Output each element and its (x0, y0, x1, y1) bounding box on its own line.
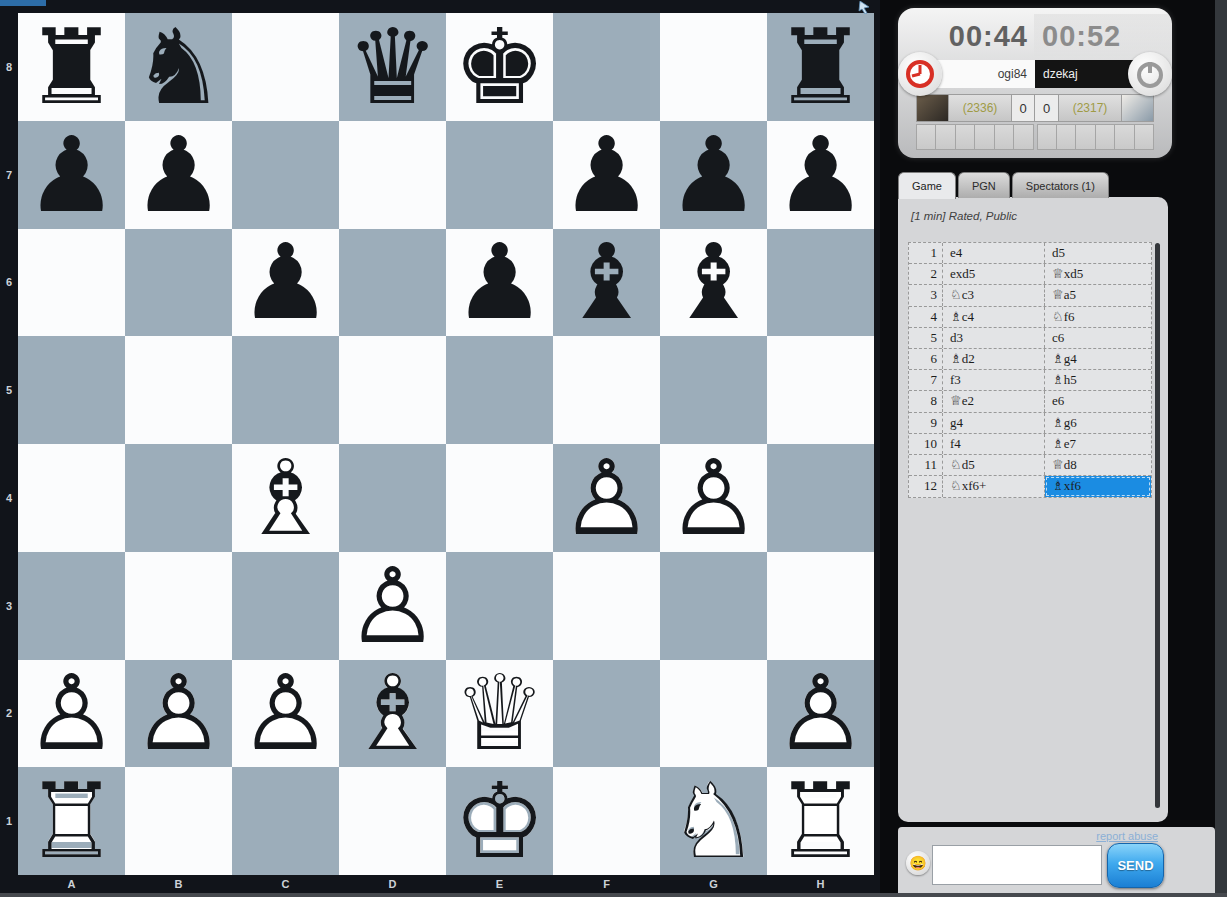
rank-label-4: 4 (0, 444, 18, 552)
move-5-black[interactable]: c6 (1045, 328, 1151, 348)
white-pawn-h2[interactable]: ♟♙ (767, 660, 874, 768)
square-c3[interactable] (232, 552, 339, 660)
player-stats-row: (2336) 0 0 (2317) (916, 94, 1154, 122)
square-h4[interactable] (767, 444, 874, 552)
black-bishop-g6[interactable]: ♝ (660, 229, 767, 337)
move-1-white[interactable]: e4 (943, 243, 1045, 263)
move-number-11: 11 (909, 455, 943, 475)
captured-pieces-tray (916, 124, 1154, 150)
black-queen-d8[interactable]: ♛ (339, 13, 446, 121)
move-3-white[interactable]: ♘c3 (943, 285, 1045, 305)
tray-slot-9 (1076, 124, 1095, 150)
black-pawn-e6[interactable]: ♟ (446, 229, 553, 337)
move-12-white[interactable]: ♘xf6+ (943, 476, 1045, 497)
move-row-1: 1e4d5 (909, 243, 1151, 264)
square-d1[interactable] (339, 767, 446, 875)
tray-slot-11 (1115, 124, 1134, 150)
square-d4[interactable] (339, 444, 446, 552)
move-row-6: 6♗d2♗g4 (909, 349, 1151, 370)
move-number-1: 1 (909, 243, 943, 263)
square-e5[interactable] (446, 336, 553, 444)
file-label-f: F (553, 875, 660, 893)
square-a7[interactable]: ♟ (18, 121, 125, 229)
tab-bar: Game PGN Spectators (1) (898, 172, 1109, 199)
square-e6[interactable]: ♟ (446, 229, 553, 337)
white-player-avatar (917, 95, 949, 121)
square-b4[interactable] (125, 444, 232, 552)
file-label-h: H (767, 875, 874, 893)
move-row-7: 7f3♗h5 (909, 370, 1151, 391)
square-b8[interactable]: ♞ (125, 13, 232, 121)
send-button[interactable]: SEND (1107, 843, 1164, 888)
white-rook-h1[interactable]: ♜♖ (767, 767, 874, 875)
board-area: 87654321 ♜♞♛♚♜♟♟♟♟♟♟♟♝♝♝♗♟♙♟♙♟♙♟♙♟♙♟♙♝♗♛… (0, 0, 880, 897)
move-number-4: 4 (909, 307, 943, 327)
rank-label-6: 6 (0, 229, 18, 337)
white-rating: (2336) (949, 95, 1011, 121)
move-9-white[interactable]: g4 (943, 413, 1045, 433)
move-row-2: 2exd5♕xd5 (909, 264, 1151, 285)
square-g4[interactable]: ♟♙ (660, 444, 767, 552)
tray-slot-2 (936, 124, 955, 150)
black-pawn-a7[interactable]: ♟ (18, 121, 125, 229)
report-abuse-link[interactable]: report abuse (1096, 830, 1158, 842)
tray-slot-4 (975, 124, 994, 150)
square-e1[interactable]: ♚♔ (446, 767, 553, 875)
square-b3[interactable] (125, 552, 232, 660)
move-number-2: 2 (909, 264, 943, 284)
power-icon (1133, 57, 1167, 91)
black-pawn-c6[interactable]: ♟ (232, 229, 339, 337)
square-h2[interactable]: ♟♙ (767, 660, 874, 768)
black-king-e8[interactable]: ♚ (446, 13, 553, 121)
square-h8[interactable]: ♜ (767, 13, 874, 121)
move-6-black[interactable]: ♗g4 (1045, 349, 1151, 369)
window-edge-strip (1215, 0, 1227, 893)
bottom-bar (0, 893, 1227, 897)
square-c5[interactable] (232, 336, 339, 444)
black-pawn-f7[interactable]: ♟ (553, 121, 660, 229)
square-e7[interactable] (446, 121, 553, 229)
black-score: 0 (1035, 95, 1059, 121)
file-label-g: G (660, 875, 767, 893)
move-3-black[interactable]: ♕a5 (1045, 285, 1151, 305)
white-pawn-d3[interactable]: ♟♙ (339, 552, 446, 660)
square-g5[interactable] (660, 336, 767, 444)
white-queen-e2[interactable]: ♛♕ (446, 660, 553, 768)
black-pawn-g7[interactable]: ♟ (660, 121, 767, 229)
move-row-12: 12♘xf6+♗xf6 (909, 476, 1151, 497)
move-8-white[interactable]: ♕e2 (943, 391, 1045, 411)
white-player-name: ogi84 (932, 60, 1035, 88)
move-12-black[interactable]: ♗xf6 (1045, 476, 1151, 497)
move-7-white[interactable]: f3 (943, 370, 1045, 390)
chess-board[interactable]: ♜♞♛♚♜♟♟♟♟♟♟♟♝♝♝♗♟♙♟♙♟♙♟♙♟♙♟♙♝♗♛♕♟♙♜♖♚♔♞♘… (18, 13, 874, 875)
square-g3[interactable] (660, 552, 767, 660)
rank-label-2: 2 (0, 660, 18, 768)
move-10-white[interactable]: f4 (943, 434, 1045, 454)
white-pawn-b2[interactable]: ♟♙ (125, 660, 232, 768)
black-pawn-b7[interactable]: ♟ (125, 121, 232, 229)
file-label-b: B (125, 875, 232, 893)
white-pawn-g4[interactable]: ♟♙ (660, 444, 767, 552)
tab-spectators[interactable]: Spectators (1) (1012, 172, 1109, 198)
tray-slot-1 (916, 124, 936, 150)
tray-slot-12 (1135, 124, 1154, 150)
square-c6[interactable]: ♟ (232, 229, 339, 337)
square-b2[interactable]: ♟♙ (125, 660, 232, 768)
white-pawn-f4[interactable]: ♟♙ (553, 444, 660, 552)
square-f6[interactable]: ♝ (553, 229, 660, 337)
tray-slot-6 (1014, 124, 1033, 150)
move-number-7: 7 (909, 370, 943, 390)
square-a3[interactable] (18, 552, 125, 660)
move-6-white[interactable]: ♗d2 (943, 349, 1045, 369)
square-h3[interactable] (767, 552, 874, 660)
move-9-black[interactable]: ♗g6 (1045, 413, 1151, 433)
square-a2[interactable]: ♟♙ (18, 660, 125, 768)
file-label-c: C (232, 875, 339, 893)
square-f7[interactable]: ♟ (553, 121, 660, 229)
black-clock-badge (1128, 52, 1172, 96)
black-bishop-f6[interactable]: ♝ (553, 229, 660, 337)
tray-slot-3 (956, 124, 975, 150)
mouse-cursor-icon (858, 1, 874, 14)
move-8-black[interactable]: e6 (1045, 391, 1151, 411)
rank-label-1: 1 (0, 767, 18, 875)
white-knight-g1[interactable]: ♞♘ (660, 767, 767, 875)
white-bishop-c4[interactable]: ♝♗ (232, 444, 339, 552)
move-row-5: 5d3c6 (909, 328, 1151, 349)
smiley-icon[interactable]: 😄 (906, 851, 930, 875)
square-d7[interactable] (339, 121, 446, 229)
rank-label-8: 8 (0, 13, 18, 121)
move-4-white[interactable]: ♗c4 (943, 307, 1045, 327)
clock-times: 00:44 00:52 (898, 14, 1172, 58)
white-pawn-a2[interactable]: ♟♙ (18, 660, 125, 768)
square-c4[interactable]: ♝♗ (232, 444, 339, 552)
move-row-3: 3♘c3♕a5 (909, 285, 1151, 306)
move-2-white[interactable]: exd5 (943, 264, 1045, 284)
white-score: 0 (1011, 95, 1035, 121)
game-info-text: [1 min] Rated, Public (911, 210, 1017, 222)
square-d6[interactable] (339, 229, 446, 337)
move-4-black[interactable]: ♘f6 (1045, 307, 1151, 327)
square-h6[interactable] (767, 229, 874, 337)
white-pawn-c2[interactable]: ♟♙ (232, 660, 339, 768)
tab-game[interactable]: Game (898, 172, 956, 199)
move-1-black[interactable]: d5 (1045, 243, 1151, 263)
tray-slot-10 (1096, 124, 1115, 150)
square-g6[interactable]: ♝ (660, 229, 767, 337)
white-king-e1[interactable]: ♚♔ (446, 767, 553, 875)
square-b6[interactable] (125, 229, 232, 337)
rank-labels: 87654321 (0, 13, 18, 875)
chat-bar: report abuse 😄 SEND (898, 827, 1215, 893)
move-7-black[interactable]: ♗h5 (1045, 370, 1151, 390)
square-a8[interactable]: ♜ (18, 13, 125, 121)
black-player-name: dzekaj (1035, 60, 1138, 88)
move-number-3: 3 (909, 285, 943, 305)
move-row-11: 11♘d5♕d8 (909, 455, 1151, 476)
move-10-black[interactable]: ♗e7 (1045, 434, 1151, 454)
square-h1[interactable]: ♜♖ (767, 767, 874, 875)
white-bishop-d2[interactable]: ♝♗ (339, 660, 446, 768)
square-h5[interactable] (767, 336, 874, 444)
square-c2[interactable]: ♟♙ (232, 660, 339, 768)
white-clock-badge (898, 52, 942, 96)
chat-input[interactable] (932, 845, 1102, 885)
square-a1[interactable]: ♜♖ (18, 767, 125, 875)
square-f8[interactable] (553, 13, 660, 121)
move-2-black[interactable]: ♕xd5 (1045, 264, 1151, 284)
square-e8[interactable]: ♚ (446, 13, 553, 121)
tray-slot-7 (1037, 124, 1057, 150)
square-h7[interactable]: ♟ (767, 121, 874, 229)
move-number-5: 5 (909, 328, 943, 348)
square-f1[interactable] (553, 767, 660, 875)
square-e2[interactable]: ♛♕ (446, 660, 553, 768)
black-rating: (2317) (1059, 95, 1121, 121)
tray-slot-8 (1057, 124, 1076, 150)
square-f4[interactable]: ♟♙ (553, 444, 660, 552)
move-list-scrollbar[interactable] (1155, 243, 1160, 808)
move-number-8: 8 (909, 391, 943, 411)
square-e4[interactable] (446, 444, 553, 552)
square-c8[interactable] (232, 13, 339, 121)
square-d8[interactable]: ♛ (339, 13, 446, 121)
tray-slot-5 (995, 124, 1014, 150)
player-name-row: ogi84 dzekaj (898, 58, 1172, 90)
move-number-6: 6 (909, 349, 943, 369)
white-rook-a1[interactable]: ♜♖ (18, 767, 125, 875)
square-g8[interactable] (660, 13, 767, 121)
tab-pgn[interactable]: PGN (958, 172, 1010, 198)
move-list: 1e4d52exd5♕xd53♘c3♕a54♗c4♘f65d3c66♗d2♗g4… (908, 242, 1152, 498)
black-player-avatar (1121, 95, 1153, 121)
file-label-a: A (18, 875, 125, 893)
square-b7[interactable]: ♟ (125, 121, 232, 229)
active-clock-icon (903, 57, 937, 91)
square-e3[interactable] (446, 552, 553, 660)
black-rook-a8[interactable]: ♜ (18, 13, 125, 121)
move-11-white[interactable]: ♘d5 (943, 455, 1045, 475)
move-row-9: 9g4♗g6 (909, 413, 1151, 434)
black-rook-h8[interactable]: ♜ (767, 13, 874, 121)
file-labels: ABCDEFGH (18, 875, 874, 893)
move-number-10: 10 (909, 434, 943, 454)
rank-label-7: 7 (0, 121, 18, 229)
square-d2[interactable]: ♝♗ (339, 660, 446, 768)
square-b1[interactable] (125, 767, 232, 875)
square-g1[interactable]: ♞♘ (660, 767, 767, 875)
black-pawn-h7[interactable]: ♟ (767, 121, 874, 229)
move-row-4: 4♗c4♘f6 (909, 307, 1151, 328)
square-d5[interactable] (339, 336, 446, 444)
square-a4[interactable] (18, 444, 125, 552)
square-d3[interactable]: ♟♙ (339, 552, 446, 660)
rank-label-3: 3 (0, 552, 18, 660)
move-11-black[interactable]: ♕d8 (1045, 455, 1151, 475)
square-a6[interactable] (18, 229, 125, 337)
move-5-white[interactable]: d3 (943, 328, 1045, 348)
move-row-8: 8♕e2e6 (909, 391, 1151, 412)
file-label-e: E (446, 875, 553, 893)
move-number-12: 12 (909, 476, 943, 497)
square-f5[interactable] (553, 336, 660, 444)
move-row-10: 10f4♗e7 (909, 434, 1151, 455)
right-panel: 00:44 00:52 ogi84 dzekaj (2336 (880, 0, 1227, 897)
file-label-d: D (339, 875, 446, 893)
square-a5[interactable] (18, 336, 125, 444)
square-c1[interactable] (232, 767, 339, 875)
square-g2[interactable] (660, 660, 767, 768)
game-panel: [1 min] Rated, Public 1e4d52exd5♕xd53♘c3… (898, 197, 1168, 822)
square-c7[interactable] (232, 121, 339, 229)
clock-card: 00:44 00:52 ogi84 dzekaj (2336 (898, 8, 1172, 158)
square-f2[interactable] (553, 660, 660, 768)
black-knight-b8[interactable]: ♞ (125, 13, 232, 121)
square-g7[interactable]: ♟ (660, 121, 767, 229)
rank-label-5: 5 (0, 336, 18, 444)
square-b5[interactable] (125, 336, 232, 444)
square-f3[interactable] (553, 552, 660, 660)
move-number-9: 9 (909, 413, 943, 433)
